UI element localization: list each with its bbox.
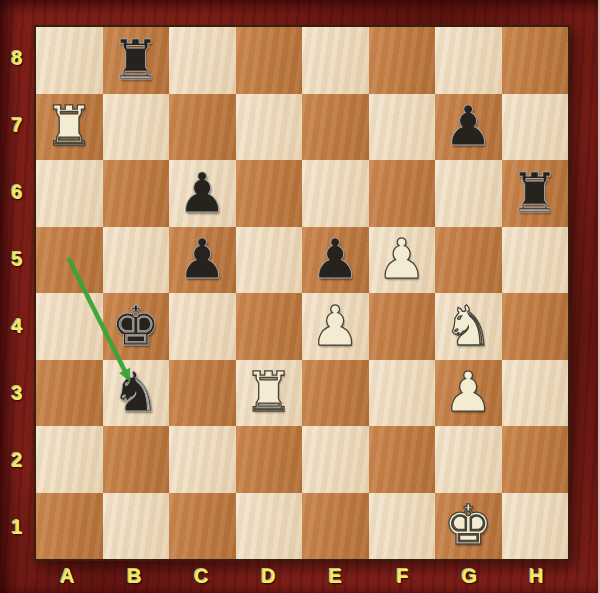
- square-h2[interactable]: [502, 426, 569, 493]
- square-c6[interactable]: ♟: [169, 160, 236, 227]
- file-labels: ABCDEFGH: [34, 561, 570, 591]
- square-f6[interactable]: [369, 160, 436, 227]
- square-c7[interactable]: [169, 94, 236, 161]
- square-d4[interactable]: [236, 293, 303, 360]
- piece-white-pawn-g3[interactable]: ♟: [444, 365, 493, 420]
- piece-white-knight-g4[interactable]: ♞: [444, 299, 493, 354]
- piece-white-king-g1[interactable]: ♚: [444, 498, 493, 553]
- square-f4[interactable]: [369, 293, 436, 360]
- square-a8[interactable]: [36, 27, 103, 94]
- square-a3[interactable]: [36, 360, 103, 427]
- chessboard-frame: ♜♜♟♟♜♟♟♟♚♟♞♞♜♟♚ 87654321 ABCDEFGH: [0, 0, 600, 593]
- square-c2[interactable]: [169, 426, 236, 493]
- square-f5[interactable]: ♟: [369, 227, 436, 294]
- file-label-g: G: [462, 565, 478, 588]
- square-h6[interactable]: ♜: [502, 160, 569, 227]
- square-e2[interactable]: [302, 426, 369, 493]
- square-e4[interactable]: ♟: [302, 293, 369, 360]
- square-d6[interactable]: [236, 160, 303, 227]
- piece-black-knight-b3[interactable]: ♞: [111, 365, 160, 420]
- square-f8[interactable]: [369, 27, 436, 94]
- square-d5[interactable]: [236, 227, 303, 294]
- file-label-f: F: [396, 565, 408, 588]
- square-h4[interactable]: [502, 293, 569, 360]
- piece-black-king-b4[interactable]: ♚: [111, 299, 160, 354]
- square-e7[interactable]: [302, 94, 369, 161]
- rank-label-8: 8: [11, 47, 22, 70]
- square-g2[interactable]: [435, 426, 502, 493]
- square-g8[interactable]: [435, 27, 502, 94]
- file-label-h: H: [529, 565, 543, 588]
- rank-label-4: 4: [11, 315, 22, 338]
- square-d2[interactable]: [236, 426, 303, 493]
- piece-black-rook-b8[interactable]: ♜: [111, 33, 160, 88]
- rank-label-6: 6: [11, 181, 22, 204]
- square-a7[interactable]: ♜: [36, 94, 103, 161]
- square-e1[interactable]: [302, 493, 369, 560]
- rank-label-2: 2: [11, 449, 22, 472]
- file-label-a: A: [60, 565, 74, 588]
- square-d8[interactable]: [236, 27, 303, 94]
- square-f2[interactable]: [369, 426, 436, 493]
- piece-black-rook-h6[interactable]: ♜: [510, 166, 559, 221]
- square-g4[interactable]: ♞: [435, 293, 502, 360]
- piece-white-rook-a7[interactable]: ♜: [45, 99, 94, 154]
- rank-label-1: 1: [11, 516, 22, 539]
- file-label-e: E: [329, 565, 342, 588]
- square-a1[interactable]: [36, 493, 103, 560]
- file-label-d: D: [261, 565, 275, 588]
- square-d7[interactable]: [236, 94, 303, 161]
- rank-label-3: 3: [11, 382, 22, 405]
- square-b8[interactable]: ♜: [103, 27, 170, 94]
- square-d3[interactable]: ♜: [236, 360, 303, 427]
- piece-white-pawn-e4[interactable]: ♟: [311, 299, 360, 354]
- square-c4[interactable]: [169, 293, 236, 360]
- square-b1[interactable]: [103, 493, 170, 560]
- square-f7[interactable]: [369, 94, 436, 161]
- square-g3[interactable]: ♟: [435, 360, 502, 427]
- square-c8[interactable]: [169, 27, 236, 94]
- square-b7[interactable]: [103, 94, 170, 161]
- square-a5[interactable]: [36, 227, 103, 294]
- square-e3[interactable]: [302, 360, 369, 427]
- square-a6[interactable]: [36, 160, 103, 227]
- rank-label-7: 7: [11, 114, 22, 137]
- square-g7[interactable]: ♟: [435, 94, 502, 161]
- chess-board[interactable]: ♜♜♟♟♜♟♟♟♚♟♞♞♜♟♚: [34, 25, 570, 561]
- square-e5[interactable]: ♟: [302, 227, 369, 294]
- square-h1[interactable]: [502, 493, 569, 560]
- square-h5[interactable]: [502, 227, 569, 294]
- square-h7[interactable]: [502, 94, 569, 161]
- piece-black-pawn-g7[interactable]: ♟: [444, 99, 493, 154]
- square-g5[interactable]: [435, 227, 502, 294]
- piece-black-pawn-c5[interactable]: ♟: [178, 232, 227, 287]
- piece-white-rook-d3[interactable]: ♜: [244, 365, 293, 420]
- square-b3[interactable]: ♞: [103, 360, 170, 427]
- square-b4[interactable]: ♚: [103, 293, 170, 360]
- square-f1[interactable]: [369, 493, 436, 560]
- square-c1[interactable]: [169, 493, 236, 560]
- file-label-c: C: [194, 565, 208, 588]
- square-h3[interactable]: [502, 360, 569, 427]
- square-h8[interactable]: [502, 27, 569, 94]
- square-g1[interactable]: ♚: [435, 493, 502, 560]
- square-e8[interactable]: [302, 27, 369, 94]
- file-label-b: B: [127, 565, 141, 588]
- square-b6[interactable]: [103, 160, 170, 227]
- square-c3[interactable]: [169, 360, 236, 427]
- square-b2[interactable]: [103, 426, 170, 493]
- rank-labels: 87654321: [0, 25, 34, 561]
- square-d1[interactable]: [236, 493, 303, 560]
- square-f3[interactable]: [369, 360, 436, 427]
- square-e6[interactable]: [302, 160, 369, 227]
- square-c5[interactable]: ♟: [169, 227, 236, 294]
- square-b5[interactable]: [103, 227, 170, 294]
- piece-black-pawn-e5[interactable]: ♟: [311, 232, 360, 287]
- square-g6[interactable]: [435, 160, 502, 227]
- rank-label-5: 5: [11, 248, 22, 271]
- square-a4[interactable]: [36, 293, 103, 360]
- square-a2[interactable]: [36, 426, 103, 493]
- piece-black-pawn-c6[interactable]: ♟: [178, 166, 227, 221]
- piece-white-pawn-f5[interactable]: ♟: [377, 232, 426, 287]
